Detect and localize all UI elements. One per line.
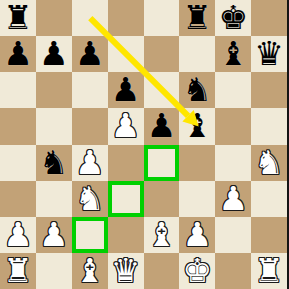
square-d5[interactable]: ♟ (108, 108, 144, 144)
white-queen-piece[interactable]: ♛ (111, 253, 141, 289)
white-pawn-piece[interactable]: ♟ (218, 181, 248, 217)
square-d8[interactable] (108, 0, 144, 36)
square-h8[interactable] (251, 0, 287, 36)
square-e6[interactable] (144, 72, 180, 108)
square-g7[interactable]: ♝ (215, 36, 251, 72)
square-b5[interactable] (36, 108, 72, 144)
square-b4[interactable]: ♞ (36, 145, 72, 181)
square-c5[interactable] (72, 108, 108, 144)
white-knight-piece[interactable]: ♞ (75, 181, 105, 217)
white-pawn-piece[interactable]: ♟ (3, 217, 33, 253)
black-knight-piece[interactable]: ♞ (183, 72, 213, 108)
square-c4[interactable]: ♟ (72, 145, 108, 181)
black-pawn-piece[interactable]: ♟ (111, 72, 141, 108)
square-e3[interactable] (144, 181, 180, 217)
square-d6[interactable]: ♟ (108, 72, 144, 108)
square-c1[interactable]: ♝ (72, 253, 108, 289)
square-e5[interactable]: ♟ (144, 108, 180, 144)
square-g1[interactable] (215, 253, 251, 289)
square-f2[interactable]: ♟ (179, 217, 215, 253)
square-a5[interactable] (0, 108, 36, 144)
highlighted-square-e4[interactable] (144, 145, 180, 181)
chess-board-wrapper: ♜♜♚♟♟♟♝♛♟♞♟♟♝♞♟♞♞♟♟♟♝♟♜♝♛♚♜ (0, 0, 289, 289)
square-a3[interactable] (0, 181, 36, 217)
square-f6[interactable]: ♞ (179, 72, 215, 108)
square-b8[interactable] (36, 0, 72, 36)
square-a7[interactable]: ♟ (0, 36, 36, 72)
square-h2[interactable] (251, 217, 287, 253)
square-b7[interactable]: ♟ (36, 36, 72, 72)
square-h7[interactable]: ♛ (251, 36, 287, 72)
square-e8[interactable] (144, 0, 180, 36)
white-rook-piece[interactable]: ♜ (3, 253, 33, 289)
square-d1[interactable]: ♛ (108, 253, 144, 289)
square-e2[interactable]: ♝ (144, 217, 180, 253)
black-rook-piece[interactable]: ♜ (3, 0, 33, 36)
square-a1[interactable]: ♜ (0, 253, 36, 289)
square-c3[interactable]: ♞ (72, 181, 108, 217)
black-king-piece[interactable]: ♚ (218, 0, 248, 36)
white-pawn-piece[interactable]: ♟ (39, 217, 69, 253)
square-h5[interactable] (251, 108, 287, 144)
black-pawn-piece[interactable]: ♟ (147, 108, 177, 144)
square-a2[interactable]: ♟ (0, 217, 36, 253)
black-knight-piece[interactable]: ♞ (39, 145, 69, 181)
square-f3[interactable] (179, 181, 215, 217)
square-c8[interactable] (72, 0, 108, 36)
square-h3[interactable] (251, 181, 287, 217)
white-pawn-piece[interactable]: ♟ (183, 217, 213, 253)
square-f1[interactable]: ♚ (179, 253, 215, 289)
square-f5[interactable]: ♝ (179, 108, 215, 144)
white-bishop-piece[interactable]: ♝ (147, 217, 177, 253)
square-f7[interactable] (179, 36, 215, 72)
square-a6[interactable] (0, 72, 36, 108)
white-bishop-piece[interactable]: ♝ (75, 253, 105, 289)
black-pawn-piece[interactable]: ♟ (75, 36, 105, 72)
square-e1[interactable] (144, 253, 180, 289)
square-b6[interactable] (36, 72, 72, 108)
square-f8[interactable]: ♜ (179, 0, 215, 36)
square-g4[interactable] (215, 145, 251, 181)
square-c7[interactable]: ♟ (72, 36, 108, 72)
square-a8[interactable]: ♜ (0, 0, 36, 36)
white-pawn-piece[interactable]: ♟ (111, 108, 141, 144)
square-f4[interactable] (179, 145, 215, 181)
square-g8[interactable]: ♚ (215, 0, 251, 36)
square-g5[interactable] (215, 108, 251, 144)
black-bishop-piece[interactable]: ♝ (183, 108, 213, 144)
square-g3[interactable]: ♟ (215, 181, 251, 217)
square-b2[interactable]: ♟ (36, 217, 72, 253)
square-h6[interactable] (251, 72, 287, 108)
black-pawn-piece[interactable]: ♟ (39, 36, 69, 72)
square-b1[interactable] (36, 253, 72, 289)
square-d7[interactable] (108, 36, 144, 72)
square-h4[interactable]: ♞ (251, 145, 287, 181)
square-a4[interactable] (0, 145, 36, 181)
white-knight-piece[interactable]: ♞ (254, 145, 284, 181)
highlighted-square-c2[interactable] (72, 217, 108, 253)
white-rook-piece[interactable]: ♜ (254, 253, 284, 289)
square-d2[interactable] (108, 217, 144, 253)
highlighted-square-d3[interactable] (108, 181, 144, 217)
black-queen-piece[interactable]: ♛ (254, 36, 284, 72)
chess-board: ♜♜♚♟♟♟♝♛♟♞♟♟♝♞♟♞♞♟♟♟♝♟♜♝♛♚♜ (0, 0, 289, 289)
black-pawn-piece[interactable]: ♟ (3, 36, 33, 72)
square-e7[interactable] (144, 36, 180, 72)
square-b3[interactable] (36, 181, 72, 217)
square-h1[interactable]: ♜ (251, 253, 287, 289)
black-rook-piece[interactable]: ♜ (183, 0, 213, 36)
square-c6[interactable] (72, 72, 108, 108)
white-king-piece[interactable]: ♚ (183, 253, 213, 289)
square-g6[interactable] (215, 72, 251, 108)
square-g2[interactable] (215, 217, 251, 253)
black-bishop-piece[interactable]: ♝ (218, 36, 248, 72)
white-pawn-piece[interactable]: ♟ (75, 145, 105, 181)
square-d4[interactable] (108, 145, 144, 181)
